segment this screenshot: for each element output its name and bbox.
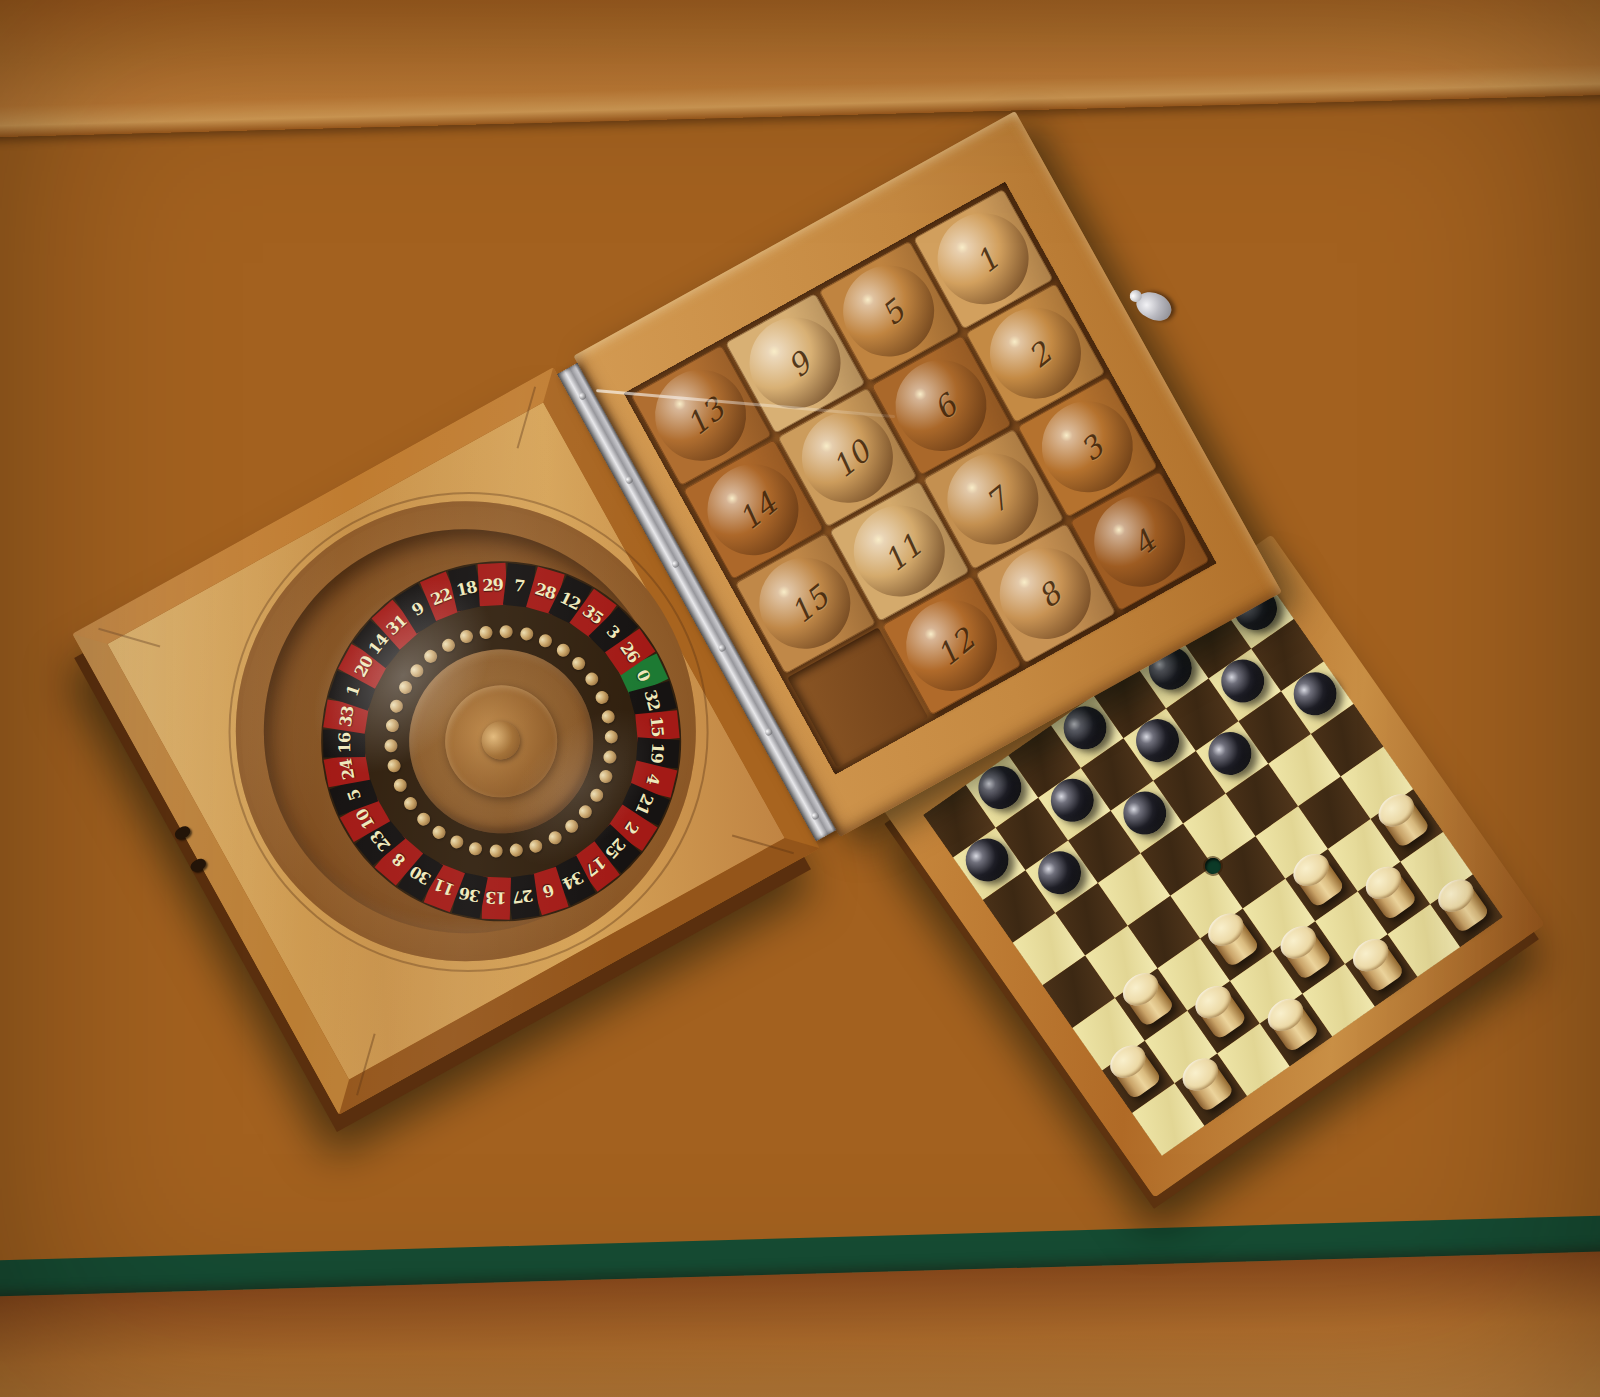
pocket-number: 7 xyxy=(513,575,525,595)
mitre-seam xyxy=(732,835,794,855)
glass-marble xyxy=(422,648,440,666)
tile-number: 9 xyxy=(781,345,818,384)
hinge-screw xyxy=(764,727,774,737)
photo-scene: 0321519421225173462713361130823105241633… xyxy=(0,0,1600,1397)
glass-marble xyxy=(414,810,432,828)
glass-marble xyxy=(385,757,403,775)
pocket-number: 33 xyxy=(335,705,357,728)
tile-number: 11 xyxy=(877,528,929,579)
tile-number: 8 xyxy=(1031,575,1068,614)
glass-marble xyxy=(602,728,620,746)
glass-marble xyxy=(467,840,485,858)
tile-number: 7 xyxy=(979,481,1016,520)
glass-marble xyxy=(597,768,615,786)
pocket-number: 26 xyxy=(617,638,644,665)
pocket-number: 24 xyxy=(336,758,358,781)
glass-marble xyxy=(601,748,619,766)
pocket-number: 16 xyxy=(335,733,354,753)
glass-marble xyxy=(518,625,536,643)
pocket-number: 34 xyxy=(560,868,587,894)
pocket-number: 36 xyxy=(458,884,482,907)
glass-marble xyxy=(396,679,414,697)
glass-marble xyxy=(388,697,406,715)
pocket-number: 2 xyxy=(622,818,643,837)
hinge-screw xyxy=(810,811,820,821)
tile-number: 4 xyxy=(1125,523,1162,562)
hinge-screw xyxy=(717,643,727,653)
pocket-number: 6 xyxy=(541,880,556,901)
tile-number: 6 xyxy=(927,387,964,426)
glass-marble xyxy=(583,671,601,689)
pocket-number: 0 xyxy=(633,666,655,683)
pocket-number: 22 xyxy=(428,584,454,609)
pocket-number: 15 xyxy=(647,715,668,737)
roulette-pocket-27: 27 xyxy=(506,874,540,919)
glass-marble xyxy=(507,841,525,859)
tile-number: 15 xyxy=(783,580,835,631)
glass-marble xyxy=(577,803,595,821)
tile-number: 3 xyxy=(1073,429,1110,468)
mitre-seam xyxy=(517,386,537,448)
mitre-seam xyxy=(356,1033,376,1095)
pocket-number: 5 xyxy=(343,787,364,803)
glass-marble xyxy=(546,829,564,847)
glass-marble xyxy=(458,628,476,646)
glass-marble xyxy=(537,632,555,650)
pocket-number: 13 xyxy=(486,888,507,908)
tile-number: 12 xyxy=(930,622,982,673)
glass-marble xyxy=(570,655,588,673)
glass-marble xyxy=(382,737,400,755)
hinge-screw xyxy=(624,475,634,485)
glass-marble xyxy=(383,717,401,735)
glass-marble xyxy=(555,642,573,660)
pocket-number: 32 xyxy=(641,688,665,713)
pocket-number: 19 xyxy=(648,742,668,764)
glass-marble xyxy=(477,624,495,642)
pocket-number: 3 xyxy=(603,621,624,642)
glass-marble xyxy=(430,823,448,841)
tile-number: 5 xyxy=(875,293,912,332)
hinge-screw xyxy=(578,391,588,401)
pocket-number: 4 xyxy=(643,772,664,786)
roulette-pocket-16: 16 xyxy=(323,729,365,757)
pocket-number: 10 xyxy=(352,806,379,833)
pocket-number: 27 xyxy=(512,886,535,908)
hinge-screw xyxy=(671,559,681,569)
tile-number: 2 xyxy=(1021,335,1058,374)
glass-marble xyxy=(498,623,516,641)
pocket-number: 11 xyxy=(431,875,457,900)
mitre-seam xyxy=(98,628,160,648)
tile-number: 1 xyxy=(969,241,1006,280)
glass-marble xyxy=(401,794,419,812)
glass-marble xyxy=(487,842,505,860)
glass-marble xyxy=(408,662,426,680)
pocket-number: 1 xyxy=(342,683,363,699)
glass-marble xyxy=(527,837,545,855)
pocket-number: 29 xyxy=(482,575,503,595)
glass-marble xyxy=(448,833,466,851)
glass-marble xyxy=(599,708,617,726)
tile-number: 10 xyxy=(825,434,877,485)
pocket-number: 8 xyxy=(389,850,409,871)
tile-number: 14 xyxy=(731,486,783,537)
glass-marble xyxy=(392,777,410,795)
glass-marble xyxy=(588,786,606,804)
glass-marble xyxy=(593,688,611,706)
glass-marble xyxy=(439,636,457,654)
pocket-number: 18 xyxy=(454,577,478,600)
glass-marble xyxy=(562,817,580,835)
pocket-number: 9 xyxy=(408,598,427,619)
